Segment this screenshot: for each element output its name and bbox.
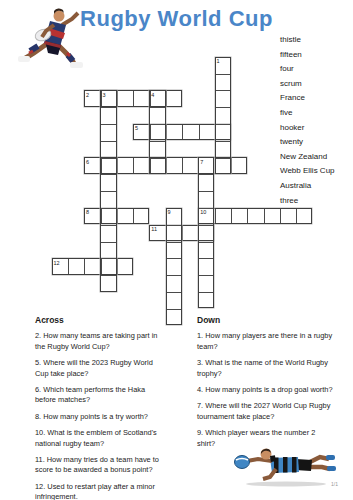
cell-divider <box>133 91 134 106</box>
clue-number-5: 5 <box>135 125 138 131</box>
cell-divider <box>166 91 167 106</box>
cell-divider <box>215 209 216 224</box>
word-box-2-across <box>84 90 182 107</box>
cell-divider <box>264 209 265 224</box>
clue-number-9: 9 <box>168 209 171 215</box>
cell-divider <box>101 258 115 259</box>
diver <box>235 449 337 487</box>
clue-number-12: 12 <box>54 260 60 266</box>
cell-divider <box>199 174 213 175</box>
cell-divider <box>133 158 134 173</box>
clue-number-4: 4 <box>151 92 154 98</box>
cell-divider <box>150 124 164 125</box>
cell-divider <box>101 174 115 175</box>
cell-divider <box>68 259 69 274</box>
cell-divider <box>101 275 115 276</box>
word-box-10-across <box>198 208 312 225</box>
cell-divider <box>199 258 213 259</box>
word-box-12-across <box>52 258 134 275</box>
across-clue-list: 2. How many teams are taking part in the… <box>35 331 165 500</box>
cell-divider <box>296 209 297 224</box>
cell-divider <box>101 141 115 142</box>
cell-divider <box>199 125 200 140</box>
cell-divider <box>101 208 115 209</box>
cell-divider <box>101 242 115 243</box>
clue-number-3: 3 <box>102 92 105 98</box>
word-box-4-down <box>149 90 165 174</box>
down-heading: Down <box>197 315 335 325</box>
worksheet-page: Rugby World Cup thistlefifteenfourscrumF… <box>0 0 353 500</box>
cell-divider <box>101 225 115 226</box>
cell-divider <box>199 292 213 293</box>
cell-divider <box>216 74 230 75</box>
word-box-1-down <box>215 57 231 175</box>
cell-divider <box>167 275 181 276</box>
down-clues: Down 1. How many players are there in a … <box>197 315 335 455</box>
cell-divider <box>231 158 232 173</box>
clue-number-6: 6 <box>86 159 89 165</box>
clue-3: 3. What is the name of the World Rugby t… <box>197 358 335 379</box>
cell-divider <box>133 209 134 224</box>
cell-divider <box>167 242 181 243</box>
clue-2: 2. How many teams are taking part in the… <box>35 331 165 352</box>
cell-divider <box>216 141 230 142</box>
clue-8: 8. How many points is a try worth? <box>35 412 165 422</box>
cell-divider <box>84 259 85 274</box>
cell-divider <box>117 91 118 106</box>
crossword-board: 123456789101112 <box>0 0 353 353</box>
clue-7: 7. Where will the 2027 World Cup Rugby t… <box>197 401 335 422</box>
clue-10: 10. What is the emblem of Scotland's nat… <box>35 428 165 449</box>
cell-divider <box>167 309 181 310</box>
cell-divider <box>231 209 232 224</box>
word-box-8-across <box>84 208 149 225</box>
cell-divider <box>167 258 181 259</box>
clue-12: 12. Used to restart play after a minor i… <box>35 482 165 500</box>
cell-divider <box>216 124 230 125</box>
cell-divider <box>150 141 164 142</box>
word-box-3-down <box>100 90 116 292</box>
cell-divider <box>216 90 230 91</box>
cell-divider <box>101 191 115 192</box>
across-heading: Across <box>35 315 165 325</box>
clue-11: 11. How many tries do a team have to sco… <box>35 455 165 476</box>
cell-divider <box>182 226 183 241</box>
cell-divider <box>101 124 115 125</box>
page-number: 1/1 <box>331 481 338 487</box>
cell-divider <box>101 107 115 108</box>
cell-divider <box>166 125 167 140</box>
down-clue-list: 1. How many players are there in a rugby… <box>197 331 335 449</box>
cell-divider <box>117 259 118 274</box>
cell-divider <box>101 158 115 159</box>
cell-divider <box>199 242 213 243</box>
clue-number-1: 1 <box>217 58 220 64</box>
diving-player-illustration <box>230 445 336 489</box>
cell-divider <box>117 209 118 224</box>
cell-divider <box>216 107 230 108</box>
cell-divider <box>216 158 230 159</box>
cell-divider <box>182 125 183 140</box>
cell-divider <box>166 158 167 173</box>
clue-6: 6. Which team performs the Haka before m… <box>35 385 165 406</box>
word-box-7-down <box>198 157 214 308</box>
clue-number-2: 2 <box>86 92 89 98</box>
across-clues: Across 2. How many teams are taking part… <box>35 315 165 500</box>
player-shadow <box>246 482 326 487</box>
cell-divider <box>247 209 248 224</box>
clue-number-11: 11 <box>151 226 157 232</box>
clue-number-10: 10 <box>200 209 206 215</box>
cell-divider <box>167 292 181 293</box>
cell-divider <box>199 191 213 192</box>
clue-4: 4. How many points is a drop goal worth? <box>197 385 335 395</box>
clue-1: 1. How many players are there in a rugby… <box>197 331 335 352</box>
clue-number-8: 8 <box>86 209 89 215</box>
cell-divider <box>199 275 213 276</box>
cell-divider <box>117 158 118 173</box>
clue-number-7: 7 <box>200 159 203 165</box>
clue-5: 5. Where will the 2023 Rugby World Cup t… <box>35 358 165 379</box>
word-box-9-down <box>166 208 182 326</box>
cell-divider <box>280 209 281 224</box>
cell-divider <box>150 158 164 159</box>
cell-divider <box>199 225 213 226</box>
cell-divider <box>182 158 183 173</box>
cell-divider <box>167 225 181 226</box>
cell-divider <box>150 107 164 108</box>
